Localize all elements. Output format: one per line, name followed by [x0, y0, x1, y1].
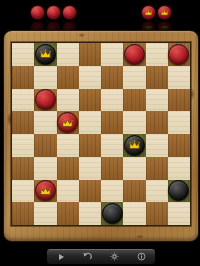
crown-icon: [128, 140, 141, 150]
square-r6c7[interactable]: [146, 157, 168, 180]
tray-main-row: [30, 5, 77, 20]
red-man-piece: [62, 5, 77, 20]
square-r3c7[interactable]: [146, 89, 168, 112]
red-man-piece[interactable]: [168, 44, 189, 65]
square-r6c4[interactable]: [79, 157, 101, 180]
square-r3c2[interactable]: [34, 89, 56, 112]
square-r4c6[interactable]: [123, 111, 145, 134]
square-r1c1[interactable]: [12, 43, 34, 66]
square-r2c5[interactable]: [101, 66, 123, 89]
bottom-toolbar: [46, 248, 156, 265]
play-icon: [57, 253, 65, 261]
square-r7c8[interactable]: [168, 180, 190, 203]
info-button[interactable]: [135, 250, 148, 263]
square-r1c5[interactable]: [101, 43, 123, 66]
settings-icon: [110, 252, 119, 261]
square-r5c3[interactable]: [57, 134, 79, 157]
black-king-piece[interactable]: [124, 135, 145, 156]
wooden-board-frame: [3, 30, 199, 242]
black-man-piece[interactable]: [168, 180, 189, 201]
crown-icon: [160, 9, 169, 16]
square-r1c3[interactable]: [57, 43, 79, 66]
square-r5c7[interactable]: [146, 134, 168, 157]
square-r5c1[interactable]: [12, 134, 34, 157]
square-r1c6[interactable]: [123, 43, 145, 66]
red-man-piece[interactable]: [124, 44, 145, 65]
square-r4c2[interactable]: [34, 111, 56, 134]
square-r1c8[interactable]: [168, 43, 190, 66]
square-r4c1[interactable]: [12, 111, 34, 134]
info-icon: [137, 252, 146, 261]
square-r3c3[interactable]: [57, 89, 79, 112]
square-r7c2[interactable]: [34, 180, 56, 203]
square-r8c8[interactable]: [168, 202, 190, 225]
square-r5c2[interactable]: [34, 134, 56, 157]
square-r3c6[interactable]: [123, 89, 145, 112]
square-r3c4[interactable]: [79, 89, 101, 112]
square-r2c8[interactable]: [168, 66, 190, 89]
square-r5c6[interactable]: [123, 134, 145, 157]
black-man-piece[interactable]: [102, 203, 123, 224]
red-king-piece[interactable]: [35, 180, 56, 201]
square-r5c5[interactable]: [101, 134, 123, 157]
square-r6c2[interactable]: [34, 157, 56, 180]
red-man-piece[interactable]: [35, 89, 56, 110]
square-r3c5[interactable]: [101, 89, 123, 112]
square-r6c3[interactable]: [57, 157, 79, 180]
square-r4c4[interactable]: [79, 111, 101, 134]
square-r8c1[interactable]: [12, 202, 34, 225]
square-r7c7[interactable]: [146, 180, 168, 203]
square-r8c5[interactable]: [101, 202, 123, 225]
checkers-board: [11, 42, 191, 226]
red-king-piece: [157, 5, 172, 20]
square-r6c8[interactable]: [168, 157, 190, 180]
square-r7c3[interactable]: [57, 180, 79, 203]
square-r2c6[interactable]: [123, 66, 145, 89]
square-r8c3[interactable]: [57, 202, 79, 225]
settings-button[interactable]: [108, 250, 121, 263]
square-r4c8[interactable]: [168, 111, 190, 134]
square-r6c1[interactable]: [12, 157, 34, 180]
square-r2c3[interactable]: [57, 66, 79, 89]
checkers-app-screen: [0, 0, 200, 266]
square-r2c7[interactable]: [146, 66, 168, 89]
black-king-piece[interactable]: [35, 44, 56, 65]
crown-icon: [144, 9, 153, 16]
square-r2c2[interactable]: [34, 66, 56, 89]
red-king-piece: [141, 5, 156, 20]
square-r7c5[interactable]: [101, 180, 123, 203]
crown-icon: [39, 49, 52, 59]
square-r2c4[interactable]: [79, 66, 101, 89]
play-button[interactable]: [54, 250, 67, 263]
square-r7c1[interactable]: [12, 180, 34, 203]
square-r1c2[interactable]: [34, 43, 56, 66]
square-r1c4[interactable]: [79, 43, 101, 66]
crown-icon: [39, 186, 52, 196]
square-r7c4[interactable]: [79, 180, 101, 203]
undo-icon: [83, 252, 92, 261]
undo-button[interactable]: [81, 250, 94, 263]
square-r8c2[interactable]: [34, 202, 56, 225]
square-r6c6[interactable]: [123, 157, 145, 180]
square-r8c4[interactable]: [79, 202, 101, 225]
square-r1c7[interactable]: [146, 43, 168, 66]
square-r7c6[interactable]: [123, 180, 145, 203]
red-man-piece: [46, 5, 61, 20]
square-r8c7[interactable]: [146, 202, 168, 225]
square-r2c1[interactable]: [12, 66, 34, 89]
square-r5c8[interactable]: [168, 134, 190, 157]
square-r4c3[interactable]: [57, 111, 79, 134]
square-r3c1[interactable]: [12, 89, 34, 112]
square-r5c4[interactable]: [79, 134, 101, 157]
square-r4c5[interactable]: [101, 111, 123, 134]
tray-main-row: [141, 5, 172, 20]
red-man-piece: [30, 5, 45, 20]
red-king-piece[interactable]: [57, 112, 78, 133]
square-r3c8[interactable]: [168, 89, 190, 112]
square-r6c5[interactable]: [101, 157, 123, 180]
square-r4c7[interactable]: [146, 111, 168, 134]
square-r8c6[interactable]: [123, 202, 145, 225]
crown-icon: [61, 118, 74, 128]
